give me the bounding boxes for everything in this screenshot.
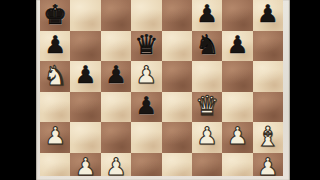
board-frame: ♚♟♟♟♛♞♟♞♟♟♟♟♛♟♟♟♝♟♟♟ (36, 0, 290, 180)
square-a6[interactable]: ♟ (40, 31, 70, 62)
white-pawn: ♟ (196, 124, 218, 148)
square-h7[interactable]: ♟ (253, 0, 283, 31)
square-b4[interactable] (70, 92, 100, 123)
white-pawn: ♟ (44, 124, 66, 148)
square-f4[interactable]: ♛ (192, 92, 222, 123)
square-d4[interactable]: ♟ (131, 92, 161, 123)
black-king: ♚ (43, 1, 67, 28)
square-f3[interactable]: ♟ (192, 122, 222, 153)
square-g3[interactable]: ♟ (222, 122, 252, 153)
square-g4[interactable] (222, 92, 252, 123)
black-pawn: ♟ (196, 2, 218, 26)
square-b6[interactable] (70, 31, 100, 62)
square-e4[interactable] (162, 92, 192, 123)
square-f5[interactable] (192, 61, 222, 92)
square-d6[interactable]: ♛ (131, 31, 161, 62)
square-c5[interactable]: ♟ (101, 61, 131, 92)
square-b2[interactable]: ♟ (70, 153, 100, 177)
square-d7[interactable] (131, 0, 161, 31)
white-pawn: ♟ (257, 155, 279, 176)
square-e6[interactable] (162, 31, 192, 62)
square-e3[interactable] (162, 122, 192, 153)
black-pawn: ♟ (257, 2, 279, 26)
square-c2[interactable]: ♟ (101, 153, 131, 177)
square-g7[interactable] (222, 0, 252, 31)
white-pawn: ♟ (105, 155, 127, 176)
black-pawn: ♟ (227, 33, 249, 57)
white-queen: ♛ (195, 92, 219, 119)
square-c7[interactable] (101, 0, 131, 31)
white-pawn: ♟ (75, 155, 97, 176)
square-h5[interactable] (253, 61, 283, 92)
white-knight: ♞ (43, 62, 67, 89)
square-c6[interactable] (101, 31, 131, 62)
black-pawn: ♟ (136, 94, 158, 118)
square-b3[interactable] (70, 122, 100, 153)
letterbox-left (0, 0, 36, 180)
square-e5[interactable] (162, 61, 192, 92)
square-c4[interactable] (101, 92, 131, 123)
square-c3[interactable] (101, 122, 131, 153)
square-b5[interactable]: ♟ (70, 61, 100, 92)
square-a5[interactable]: ♞ (40, 61, 70, 92)
square-f6[interactable]: ♞ (192, 31, 222, 62)
square-e2[interactable] (162, 153, 192, 177)
white-pawn: ♟ (227, 124, 249, 148)
square-e7[interactable] (162, 0, 192, 31)
square-a2[interactable] (40, 153, 70, 177)
video-thumbnail-canvas: ♚♟♟♟♛♞♟♞♟♟♟♟♛♟♟♟♝♟♟♟ (0, 0, 320, 180)
square-h2[interactable]: ♟ (253, 153, 283, 177)
letterbox-right (290, 0, 320, 180)
square-b7[interactable] (70, 0, 100, 31)
chess-board: ♚♟♟♟♛♞♟♞♟♟♟♟♛♟♟♟♝♟♟♟ (40, 0, 283, 176)
square-h3[interactable]: ♝ (253, 122, 283, 153)
square-h6[interactable] (253, 31, 283, 62)
square-d5[interactable]: ♟ (131, 61, 161, 92)
square-d2[interactable] (131, 153, 161, 177)
square-g2[interactable] (222, 153, 252, 177)
square-h4[interactable] (253, 92, 283, 123)
square-d3[interactable] (131, 122, 161, 153)
black-knight: ♞ (195, 31, 219, 58)
square-g5[interactable] (222, 61, 252, 92)
white-bishop: ♝ (256, 123, 280, 150)
square-g6[interactable]: ♟ (222, 31, 252, 62)
square-a3[interactable]: ♟ (40, 122, 70, 153)
square-a4[interactable] (40, 92, 70, 123)
black-queen: ♛ (134, 31, 158, 58)
square-f2[interactable] (192, 153, 222, 177)
square-a7[interactable]: ♚ (40, 0, 70, 31)
black-pawn: ♟ (105, 63, 127, 87)
black-pawn: ♟ (44, 33, 66, 57)
square-f7[interactable]: ♟ (192, 0, 222, 31)
black-pawn: ♟ (75, 63, 97, 87)
white-pawn: ♟ (136, 63, 158, 87)
